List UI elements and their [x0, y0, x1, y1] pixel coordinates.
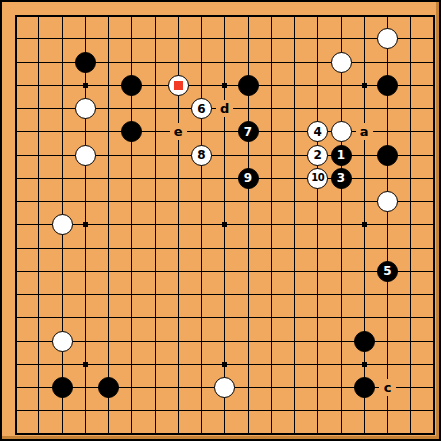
point-label-e: e — [170, 123, 187, 140]
black-stone — [121, 121, 142, 142]
move-number: 2 — [314, 149, 322, 161]
black-stone-move-9: 9 — [238, 168, 259, 189]
grid-line-horizontal — [15, 248, 436, 249]
black-stone-move-7: 7 — [238, 121, 259, 142]
star-point — [83, 83, 88, 88]
black-stone-move-5: 5 — [377, 261, 398, 282]
black-stone — [377, 75, 398, 96]
white-stone-move-4: 4 — [307, 121, 328, 142]
grid-line-vertical — [341, 15, 342, 436]
grid-line-horizontal — [15, 271, 436, 272]
grid-line-vertical — [410, 15, 411, 436]
black-stone — [238, 75, 259, 96]
white-stone-move-2: 2 — [307, 145, 328, 166]
move-number: 10 — [311, 173, 324, 183]
black-stone — [354, 377, 375, 398]
white-stone — [377, 191, 398, 212]
grid-line-vertical — [433, 15, 435, 436]
star-point — [362, 222, 367, 227]
white-stone — [331, 121, 352, 142]
white-stone-marked — [168, 75, 189, 96]
grid-line-vertical — [294, 15, 295, 436]
point-label-d: d — [216, 100, 233, 117]
black-stone-move-3: 3 — [331, 168, 352, 189]
star-point — [222, 83, 227, 88]
white-stone — [214, 377, 235, 398]
white-stone — [75, 98, 96, 119]
white-stone — [52, 214, 73, 235]
go-board: acde67482191035 — [0, 0, 441, 441]
move-number: 9 — [244, 172, 252, 184]
white-stone — [331, 52, 352, 73]
white-stone-move-8: 8 — [191, 145, 212, 166]
move-number: 6 — [197, 103, 205, 115]
star-point — [222, 222, 227, 227]
white-stone-move-10: 10 — [307, 168, 328, 189]
star-point — [362, 362, 367, 367]
grid-line-horizontal — [15, 294, 436, 295]
grid-line-horizontal — [15, 410, 436, 411]
grid-line-vertical — [317, 15, 318, 436]
black-stone — [98, 377, 119, 398]
black-stone — [75, 52, 96, 73]
move-number: 5 — [383, 265, 391, 277]
white-stone-move-6: 6 — [191, 98, 212, 119]
black-stone — [354, 331, 375, 352]
grid-line-horizontal — [15, 317, 436, 318]
black-stone — [121, 75, 142, 96]
move-number: 7 — [244, 126, 252, 138]
grid-line-horizontal — [15, 433, 436, 435]
white-stone — [377, 28, 398, 49]
point-label-c: c — [379, 379, 396, 396]
star-point — [362, 83, 367, 88]
black-stone — [52, 377, 73, 398]
black-stone-move-1: 1 — [331, 145, 352, 166]
white-stone — [75, 145, 96, 166]
grid-line-vertical — [271, 15, 272, 436]
star-point — [222, 362, 227, 367]
white-stone — [52, 331, 73, 352]
star-point — [83, 222, 88, 227]
move-number: 1 — [337, 149, 345, 161]
point-label-a: a — [356, 123, 373, 140]
black-stone — [377, 145, 398, 166]
red-square-mark — [174, 81, 183, 90]
move-number: 4 — [314, 126, 322, 138]
move-number: 8 — [197, 149, 205, 161]
move-number: 3 — [337, 172, 345, 184]
star-point — [83, 362, 88, 367]
